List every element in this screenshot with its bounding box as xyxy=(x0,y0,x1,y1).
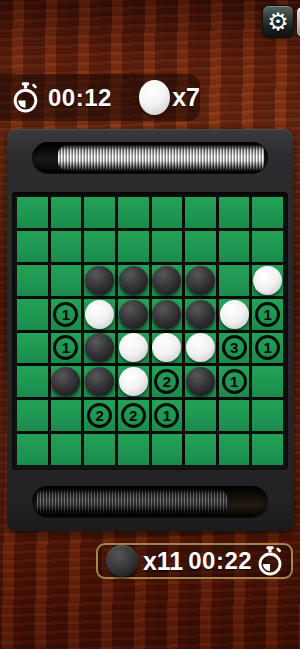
offscreen-button-sliver[interactable] xyxy=(297,7,300,37)
black-disc xyxy=(152,266,181,295)
board-cell-a7 xyxy=(17,400,48,431)
board-cell-g7 xyxy=(219,400,250,431)
board-cell-b1 xyxy=(51,197,82,228)
black-piece-tray xyxy=(32,486,268,518)
settings-button[interactable]: ⚙ xyxy=(262,5,294,38)
board-cell-e1 xyxy=(152,197,183,228)
white-disc xyxy=(220,300,249,329)
board-cell-e8 xyxy=(152,434,183,465)
board-cell-g1 xyxy=(219,197,250,228)
gear-icon: ⚙ xyxy=(267,10,289,34)
white-disc-icon xyxy=(139,80,170,115)
black-disc xyxy=(51,367,80,396)
board-cell-d6 xyxy=(118,366,149,397)
othello-board: 1113121221 xyxy=(17,197,283,465)
board-cell-b6 xyxy=(51,366,82,397)
white-piece-tray xyxy=(32,142,268,174)
board-cell-h8 xyxy=(252,434,283,465)
board-cell-g3 xyxy=(219,265,250,296)
board-cell-h7 xyxy=(252,400,283,431)
move-hint[interactable]: 2 xyxy=(121,403,146,428)
black-disc xyxy=(85,333,114,362)
board-cell-c3 xyxy=(84,265,115,296)
board-bezel: 1113121221 xyxy=(12,192,288,470)
black-disc xyxy=(85,367,114,396)
white-disc xyxy=(119,333,148,362)
board-cell-a1 xyxy=(17,197,48,228)
board-cell-f7 xyxy=(185,400,216,431)
board-cell-b2 xyxy=(51,231,82,262)
board-cell-f3 xyxy=(185,265,216,296)
board-cell-h6 xyxy=(252,366,283,397)
black-disc xyxy=(119,300,148,329)
white-player-panel: 00:12 x7 xyxy=(0,74,200,121)
board-cell-g5[interactable]: 3 xyxy=(219,333,250,364)
board-cell-d7[interactable]: 2 xyxy=(118,400,149,431)
move-hint[interactable]: 1 xyxy=(53,335,78,360)
black-disc xyxy=(152,300,181,329)
board-cell-f6 xyxy=(185,366,216,397)
black-count-text: x11 xyxy=(143,547,183,576)
board-cell-c7[interactable]: 2 xyxy=(84,400,115,431)
board-cell-c5 xyxy=(84,333,115,364)
white-count-text: x7 xyxy=(172,83,200,112)
white-disc xyxy=(186,333,215,362)
move-hint[interactable]: 1 xyxy=(255,335,280,360)
board-cell-h5[interactable]: 1 xyxy=(252,333,283,364)
board-cell-d3 xyxy=(118,265,149,296)
board-cell-f1 xyxy=(185,197,216,228)
board-cell-e4 xyxy=(152,299,183,330)
board-cell-g6[interactable]: 1 xyxy=(219,366,250,397)
board-cell-d1 xyxy=(118,197,149,228)
board-cell-e2 xyxy=(152,231,183,262)
move-hint[interactable]: 2 xyxy=(87,403,112,428)
move-hint[interactable]: 2 xyxy=(154,369,179,394)
board-cell-f8 xyxy=(185,434,216,465)
move-hint[interactable]: 1 xyxy=(53,302,78,327)
white-disc-stack xyxy=(58,145,264,171)
board-cell-h4[interactable]: 1 xyxy=(252,299,283,330)
board-cell-c6 xyxy=(84,366,115,397)
board-cell-h3 xyxy=(252,265,283,296)
board-cell-e7[interactable]: 1 xyxy=(152,400,183,431)
board-cell-e6[interactable]: 2 xyxy=(152,366,183,397)
board-cell-e5 xyxy=(152,333,183,364)
board-cell-a4 xyxy=(17,299,48,330)
board-cell-c4 xyxy=(84,299,115,330)
board-cell-g4 xyxy=(219,299,250,330)
board-cell-c1 xyxy=(84,197,115,228)
black-player-panel: x11 00:22 xyxy=(96,543,293,579)
board-cell-a3 xyxy=(17,265,48,296)
black-disc xyxy=(186,266,215,295)
move-hint[interactable]: 1 xyxy=(255,302,280,327)
move-hint[interactable]: 3 xyxy=(222,335,247,360)
white-disc xyxy=(152,333,181,362)
board-cell-c2 xyxy=(84,231,115,262)
board-cell-f5 xyxy=(185,333,216,364)
board-cell-g2 xyxy=(219,231,250,262)
board-cell-b3 xyxy=(51,265,82,296)
board-cell-c8 xyxy=(84,434,115,465)
black-timer-text: 00:22 xyxy=(188,547,252,575)
board-frame: 1113121221 xyxy=(7,129,293,531)
black-disc xyxy=(119,266,148,295)
black-disc-stack xyxy=(37,489,227,515)
board-cell-a2 xyxy=(17,231,48,262)
stopwatch-icon xyxy=(12,82,39,113)
move-hint[interactable]: 1 xyxy=(222,369,247,394)
board-cell-h1 xyxy=(252,197,283,228)
black-disc xyxy=(186,367,215,396)
board-cell-b7 xyxy=(51,400,82,431)
board-cell-d4 xyxy=(118,299,149,330)
white-disc xyxy=(119,367,148,396)
board-cell-f2 xyxy=(185,231,216,262)
board-cell-a6 xyxy=(17,366,48,397)
board-cell-b8 xyxy=(51,434,82,465)
board-cell-a5 xyxy=(17,333,48,364)
black-disc xyxy=(85,266,114,295)
white-timer-text: 00:12 xyxy=(48,84,112,112)
othello-game-screen: ⚙ 00:12 x7 1113121221 x11 00:22 xyxy=(0,0,300,649)
board-cell-a8 xyxy=(17,434,48,465)
board-cell-b5[interactable]: 1 xyxy=(51,333,82,364)
board-cell-g8 xyxy=(219,434,250,465)
board-cell-h2 xyxy=(252,231,283,262)
board-cell-d5 xyxy=(118,333,149,364)
board-cell-f4 xyxy=(185,299,216,330)
board-cell-e3 xyxy=(152,265,183,296)
board-cell-d2 xyxy=(118,231,149,262)
white-disc xyxy=(253,266,282,295)
stopwatch-icon xyxy=(257,546,283,576)
black-disc xyxy=(186,300,215,329)
black-disc-icon xyxy=(106,545,138,577)
board-cell-b4[interactable]: 1 xyxy=(51,299,82,330)
board-cell-d8 xyxy=(118,434,149,465)
move-hint[interactable]: 1 xyxy=(154,403,179,428)
white-disc xyxy=(85,300,114,329)
